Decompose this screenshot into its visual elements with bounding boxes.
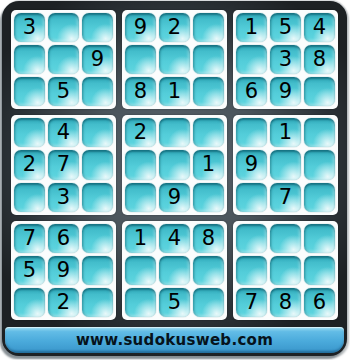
cell-r4c5[interactable] <box>159 118 190 147</box>
cell-r3c5[interactable]: 1 <box>159 77 190 106</box>
cell-r6c4[interactable] <box>125 183 156 212</box>
cell-r3c3[interactable] <box>82 77 113 106</box>
cell-r2c7[interactable] <box>236 45 267 74</box>
cell-r1c3[interactable] <box>82 13 113 42</box>
cell-r7c9[interactable] <box>304 224 335 253</box>
cell-r4c7[interactable] <box>236 118 267 147</box>
cell-r8c5[interactable] <box>159 256 190 285</box>
cell-r7c5[interactable]: 4 <box>159 224 190 253</box>
cell-r7c6[interactable]: 8 <box>193 224 224 253</box>
cell-r6c3[interactable] <box>82 183 113 212</box>
cell-r6c9[interactable] <box>304 183 335 212</box>
sudoku-page: 395928115438694273219197765921485786 www… <box>0 0 350 360</box>
sudoku-box-1-1: 395 <box>11 10 116 109</box>
cell-r7c8[interactable] <box>270 224 301 253</box>
sudoku-box-1-2: 9281 <box>122 10 227 109</box>
sudoku-box-2-1: 4273 <box>11 115 116 214</box>
cell-r4c1[interactable] <box>14 118 45 147</box>
cell-r2c4[interactable] <box>125 45 156 74</box>
cell-r1c5[interactable]: 2 <box>159 13 190 42</box>
cell-r3c7[interactable]: 6 <box>236 77 267 106</box>
cell-r7c4[interactable]: 1 <box>125 224 156 253</box>
cell-r5c9[interactable] <box>304 150 335 179</box>
cell-r9c2[interactable]: 2 <box>48 288 79 317</box>
cell-r5c8[interactable] <box>270 150 301 179</box>
cell-r1c4[interactable]: 9 <box>125 13 156 42</box>
cell-r7c3[interactable] <box>82 224 113 253</box>
cell-r9c4[interactable] <box>125 288 156 317</box>
sudoku-box-3-3: 786 <box>233 221 338 320</box>
sudoku-box-3-2: 1485 <box>122 221 227 320</box>
sudoku-grid: 395928115438694273219197765921485786 <box>11 10 338 320</box>
cell-r9c1[interactable] <box>14 288 45 317</box>
cell-r3c1[interactable] <box>14 77 45 106</box>
cell-r4c3[interactable] <box>82 118 113 147</box>
cell-r6c7[interactable] <box>236 183 267 212</box>
cell-r4c4[interactable]: 2 <box>125 118 156 147</box>
cell-r6c6[interactable] <box>193 183 224 212</box>
cell-r5c3[interactable] <box>82 150 113 179</box>
cell-r2c5[interactable] <box>159 45 190 74</box>
site-url: www.sudokusweb.com <box>76 331 273 349</box>
cell-r6c5[interactable]: 9 <box>159 183 190 212</box>
cell-r9c6[interactable] <box>193 288 224 317</box>
cell-r8c1[interactable]: 5 <box>14 256 45 285</box>
cell-r6c1[interactable] <box>14 183 45 212</box>
cell-r6c8[interactable]: 7 <box>270 183 301 212</box>
sudoku-box-1-3: 1543869 <box>233 10 338 109</box>
cell-r7c1[interactable]: 7 <box>14 224 45 253</box>
sudoku-box-3-1: 76592 <box>11 221 116 320</box>
footer-bar: www.sudokusweb.com <box>5 327 344 353</box>
cell-r1c2[interactable] <box>48 13 79 42</box>
cell-r8c9[interactable] <box>304 256 335 285</box>
cell-r3c8[interactable]: 9 <box>270 77 301 106</box>
cell-r3c9[interactable] <box>304 77 335 106</box>
cell-r2c8[interactable]: 3 <box>270 45 301 74</box>
sudoku-box-2-2: 219 <box>122 115 227 214</box>
cell-r5c1[interactable]: 2 <box>14 150 45 179</box>
board-frame: 395928115438694273219197765921485786 www… <box>2 1 347 356</box>
cell-r8c3[interactable] <box>82 256 113 285</box>
cell-r8c6[interactable] <box>193 256 224 285</box>
cell-r8c8[interactable] <box>270 256 301 285</box>
cell-r1c7[interactable]: 1 <box>236 13 267 42</box>
cell-r2c1[interactable] <box>14 45 45 74</box>
cell-r5c6[interactable]: 1 <box>193 150 224 179</box>
cell-r8c7[interactable] <box>236 256 267 285</box>
cell-r9c8[interactable]: 8 <box>270 288 301 317</box>
cell-r9c3[interactable] <box>82 288 113 317</box>
cell-r1c8[interactable]: 5 <box>270 13 301 42</box>
cell-r2c2[interactable] <box>48 45 79 74</box>
cell-r9c5[interactable]: 5 <box>159 288 190 317</box>
sudoku-box-2-3: 197 <box>233 115 338 214</box>
cell-r2c6[interactable] <box>193 45 224 74</box>
cell-r5c7[interactable]: 9 <box>236 150 267 179</box>
cell-r1c9[interactable]: 4 <box>304 13 335 42</box>
cell-r7c7[interactable] <box>236 224 267 253</box>
cell-r2c3[interactable]: 9 <box>82 45 113 74</box>
cell-r7c2[interactable]: 6 <box>48 224 79 253</box>
cell-r8c4[interactable] <box>125 256 156 285</box>
cell-r3c4[interactable]: 8 <box>125 77 156 106</box>
cell-r5c2[interactable]: 7 <box>48 150 79 179</box>
cell-r8c2[interactable]: 9 <box>48 256 79 285</box>
cell-r5c5[interactable] <box>159 150 190 179</box>
cell-r1c6[interactable] <box>193 13 224 42</box>
cell-r9c9[interactable]: 6 <box>304 288 335 317</box>
cell-r3c6[interactable] <box>193 77 224 106</box>
cell-r4c2[interactable]: 4 <box>48 118 79 147</box>
cell-r4c9[interactable] <box>304 118 335 147</box>
cell-r6c2[interactable]: 3 <box>48 183 79 212</box>
cell-r2c9[interactable]: 8 <box>304 45 335 74</box>
cell-r4c6[interactable] <box>193 118 224 147</box>
cell-r4c8[interactable]: 1 <box>270 118 301 147</box>
cell-r5c4[interactable] <box>125 150 156 179</box>
cell-r9c7[interactable]: 7 <box>236 288 267 317</box>
cell-r3c2[interactable]: 5 <box>48 77 79 106</box>
cell-r1c1[interactable]: 3 <box>14 13 45 42</box>
